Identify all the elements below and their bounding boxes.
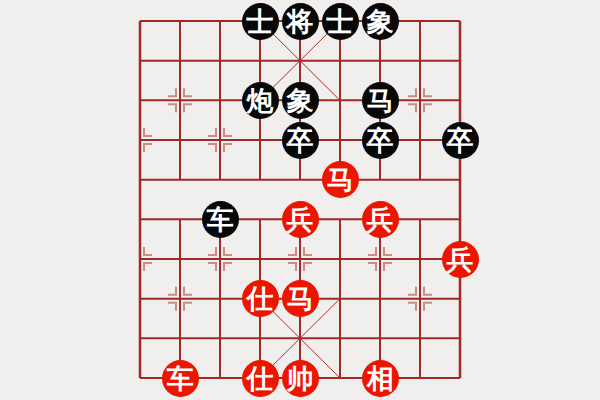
piece-black-chariot[interactable]: 车	[202, 201, 239, 238]
piece-black-advisor[interactable]: 士	[242, 3, 279, 40]
piece-black-elephant[interactable]: 象	[282, 82, 319, 119]
piece-red-soldier[interactable]: 兵	[362, 201, 399, 238]
piece-red-king[interactable]: 帅	[282, 360, 319, 397]
xiangqi-app: 士将士象炮象马卒卒卒马车兵兵兵仕马车仕帅相	[0, 0, 600, 400]
piece-black-elephant[interactable]: 象	[362, 3, 399, 40]
piece-red-horse[interactable]: 马	[322, 161, 359, 198]
piece-red-soldier[interactable]: 兵	[442, 241, 479, 278]
piece-black-advisor[interactable]: 士	[322, 3, 359, 40]
piece-red-advisor[interactable]: 仕	[242, 280, 279, 317]
piece-red-advisor[interactable]: 仕	[242, 360, 279, 397]
pieces-layer: 士将士象炮象马卒卒卒马车兵兵兵仕马车仕帅相	[0, 0, 600, 400]
piece-black-cannon[interactable]: 炮	[242, 82, 279, 119]
piece-red-chariot[interactable]: 车	[162, 360, 199, 397]
piece-black-soldier[interactable]: 卒	[442, 122, 479, 159]
piece-black-soldier[interactable]: 卒	[362, 122, 399, 159]
piece-black-soldier[interactable]: 卒	[282, 122, 319, 159]
piece-red-soldier[interactable]: 兵	[282, 201, 319, 238]
piece-black-horse[interactable]: 马	[362, 82, 399, 119]
piece-red-elephant[interactable]: 相	[362, 360, 399, 397]
piece-red-horse[interactable]: 马	[282, 280, 319, 317]
piece-black-general[interactable]: 将	[282, 3, 319, 40]
